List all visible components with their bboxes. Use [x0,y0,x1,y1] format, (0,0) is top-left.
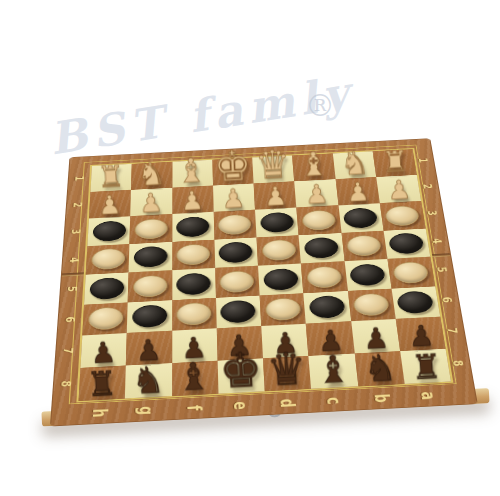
rank-label-1: 1 [400,154,446,167]
square-b3[interactable] [338,203,383,233]
square-b8[interactable]: ♞ [354,351,404,387]
black-checker[interactable] [134,246,168,268]
light-knight[interactable]: ♞ [136,158,166,190]
square-g3[interactable] [130,214,172,244]
cream-checker[interactable] [265,298,301,322]
square-h6[interactable] [82,302,128,335]
cream-checker[interactable] [353,293,391,317]
square-d3[interactable] [255,208,299,238]
square-c5[interactable] [301,261,347,293]
black-checker[interactable] [221,300,257,324]
square-b6[interactable] [347,288,395,321]
light-pawn[interactable]: ♟ [138,190,163,216]
dark-bishop[interactable]: ♝ [176,359,212,396]
rank-label-3: 3 [408,206,456,220]
square-d4[interactable] [257,235,302,266]
rank-label-4: 4 [50,252,98,267]
light-bishop[interactable]: ♝ [298,149,329,182]
square-b2[interactable]: ♟ [335,177,379,206]
square-f1[interactable]: ♝ [172,160,213,188]
square-b5[interactable] [344,259,391,291]
square-b1[interactable]: ♞ [332,151,376,179]
square-c8[interactable]: ♝ [309,353,358,389]
board-grid: ♜♞♝♚♛♝♞♜♟♟♟♟♟♟♟♟♟♟♟♟♟♟♟♟♜♞♝♚♛♝♞♜ [76,148,453,402]
cream-checker[interactable] [261,239,296,261]
chess-set-photo: 12345678 12345678 hgfedcba ♜♞♝♚♛♝♞♜♟♟♟♟♟… [17,43,498,486]
dark-rook[interactable]: ♜ [411,351,443,384]
square-e2[interactable]: ♟ [213,183,255,212]
light-king[interactable]: ♚ [213,145,252,186]
light-knight[interactable]: ♞ [339,147,369,179]
square-a8[interactable]: ♜ [400,348,451,383]
light-queen[interactable]: ♛ [255,146,292,184]
black-checker[interactable] [397,291,435,315]
rank-label-2: 2 [404,179,451,192]
square-g8[interactable]: ♞ [125,363,172,399]
cream-checker[interactable] [134,218,167,239]
light-pawn[interactable]: ♟ [304,182,329,208]
square-h7[interactable]: ♟ [80,333,127,367]
square-f8[interactable]: ♝ [172,360,219,396]
square-g4[interactable] [129,242,172,273]
square-e4[interactable] [214,237,258,268]
square-c2[interactable]: ♟ [294,179,338,208]
square-f5[interactable] [172,268,216,300]
light-pawn[interactable]: ♟ [346,180,371,206]
square-g2[interactable]: ♟ [130,187,172,216]
light-bishop[interactable]: ♝ [176,155,207,188]
black-checker[interactable] [309,295,346,319]
square-d1[interactable]: ♛ [252,156,294,184]
black-checker[interactable] [349,263,386,286]
cream-checker[interactable] [218,214,252,235]
square-g6[interactable] [127,300,172,333]
square-a7[interactable]: ♟ [395,317,445,351]
cream-checker[interactable] [392,261,429,284]
square-d8[interactable]: ♛ [263,356,311,392]
cream-checker[interactable] [87,307,123,331]
square-a6[interactable] [391,286,440,319]
black-checker[interactable] [304,237,339,259]
square-c1[interactable]: ♝ [292,153,335,181]
cream-checker[interactable] [177,302,212,326]
square-e3[interactable] [214,210,257,240]
square-e1[interactable]: ♚ [212,158,253,186]
product-photo-canvas: BST famly ® ® 12345678 12345678 hgfedcba… [0,0,500,496]
square-e5[interactable] [215,266,260,298]
square-c4[interactable] [299,233,344,264]
cream-checker[interactable] [346,235,382,257]
square-c6[interactable] [304,291,351,324]
black-checker[interactable] [176,216,209,237]
square-d6[interactable] [260,293,306,326]
dark-knight[interactable]: ♞ [130,362,165,398]
black-checker[interactable] [260,212,294,233]
black-checker[interactable] [343,207,378,228]
dark-knight[interactable]: ♞ [363,350,398,386]
cream-checker[interactable] [301,209,336,230]
square-g1[interactable]: ♞ [131,162,172,190]
square-e6[interactable] [216,295,262,328]
square-f6[interactable] [172,298,217,331]
square-a5[interactable] [387,257,435,289]
cream-checker[interactable] [176,244,210,266]
rank-label-2: 2 [54,198,100,212]
cream-checker[interactable] [133,275,168,298]
rank-label-3: 3 [52,225,99,239]
light-pawn[interactable]: ♟ [180,188,205,214]
light-pawn[interactable]: ♟ [263,184,288,210]
square-f3[interactable] [172,212,214,242]
dark-king[interactable]: ♚ [218,347,263,394]
cream-checker[interactable] [220,270,255,293]
light-pawn[interactable]: ♟ [221,186,246,212]
light-pawn[interactable]: ♟ [97,193,122,219]
square-e8[interactable]: ♚ [217,358,264,394]
square-c3[interactable] [297,205,342,235]
black-checker[interactable] [89,277,124,300]
square-h8[interactable]: ♜ [79,365,127,401]
board-scene: 12345678 12345678 hgfedcba ♜♞♝♚♛♝♞♜♟♟♟♟♟… [50,45,462,495]
black-checker[interactable] [176,272,210,295]
square-g5[interactable] [128,270,172,302]
black-checker[interactable] [263,268,299,291]
square-d2[interactable]: ♟ [254,181,297,210]
dark-bishop[interactable]: ♝ [316,351,352,388]
dark-rook[interactable]: ♜ [86,368,118,401]
dark-queen[interactable]: ♛ [266,348,308,392]
square-h5[interactable] [84,272,129,304]
cream-checker[interactable] [306,266,342,289]
black-checker[interactable] [219,241,253,263]
rank-label-4: 4 [412,234,461,248]
square-f4[interactable] [172,239,215,270]
square-f2[interactable]: ♟ [172,185,214,214]
square-d5[interactable] [258,263,303,295]
square-b4[interactable] [341,231,387,262]
black-checker[interactable] [132,304,167,328]
chess-board: 12345678 12345678 hgfedcba ♜♞♝♚♛♝♞♜♟♟♟♟♟… [51,139,477,426]
